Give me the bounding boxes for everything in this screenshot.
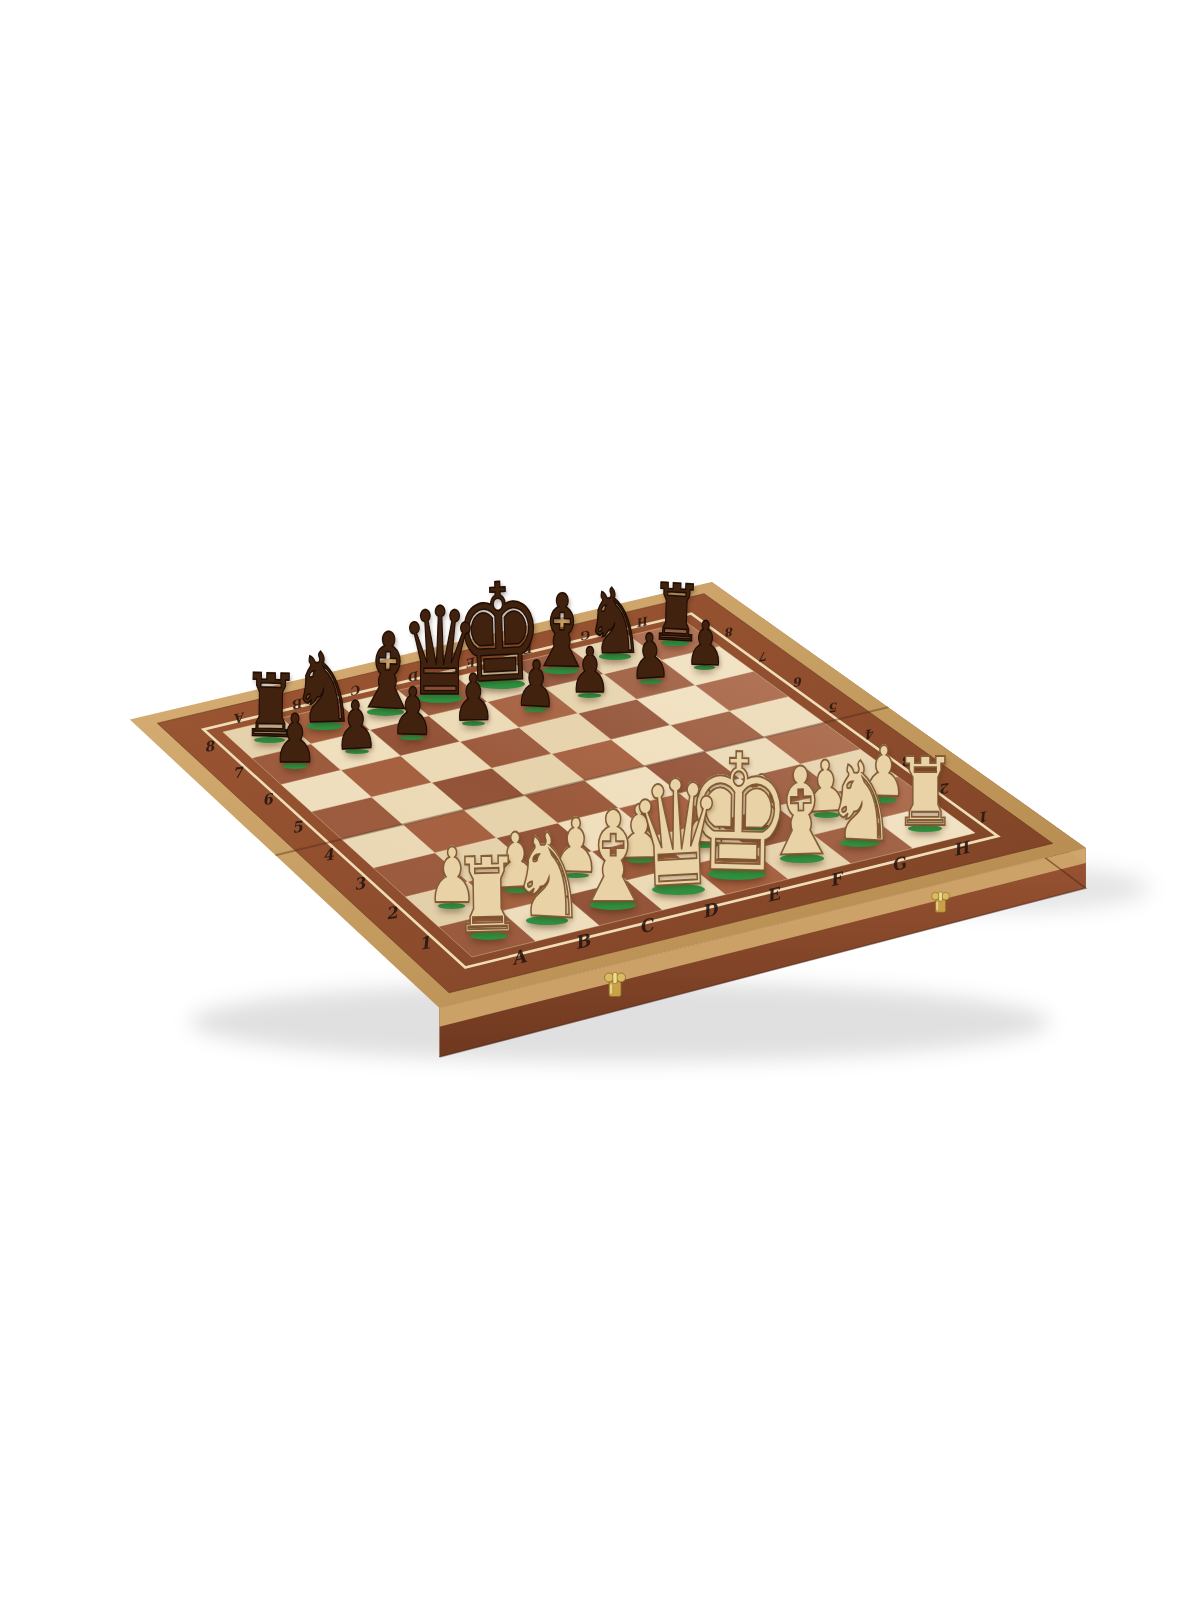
piece-glyph: ♟ xyxy=(684,613,725,675)
piece-glyph: ♟ xyxy=(390,679,434,746)
piece-glyph: ♟ xyxy=(333,692,379,761)
piece-glyph: ♟ xyxy=(272,706,317,773)
piece-glyph: ♟ xyxy=(451,666,495,731)
piece-glyph: ♟ xyxy=(514,652,558,718)
piece-glyph: ♟ xyxy=(628,626,671,690)
chess-set-product-photo: 1122334455667788AABBCCDDEEFFGGHH ♜♞♝♛♚♝♞… xyxy=(0,0,1200,1600)
piece-glyph: ♟ xyxy=(569,640,610,703)
piece-glyph: ♜ xyxy=(452,844,523,950)
pieces-layer: ♜♞♝♛♚♝♞♜♟♟♟♟♟♟♟♟♟♟♟♟♟♟♟♟♜♞♝♛♚♝♞♜ xyxy=(0,0,1200,1600)
piece-glyph: ♜ xyxy=(893,745,956,839)
